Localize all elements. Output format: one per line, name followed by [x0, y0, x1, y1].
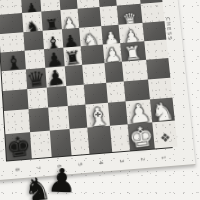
square-e6[interactable]: ♟ — [45, 67, 66, 88]
square-c2[interactable]: ♟ — [118, 23, 144, 44]
square-b5[interactable]: ♟ — [60, 9, 79, 29]
piece-wk: ♚ — [127, 124, 155, 153]
square-b7[interactable]: ♞ — [22, 12, 42, 32]
square-d2[interactable]: ♜ — [120, 41, 146, 62]
chessboard-photo: ♟♞♜♟♛♝♟♞♟♟♝♟♜♟♜♛♟♝♟♞♚♚❖ 87654321 abcdefg… — [0, 0, 200, 200]
square-d3[interactable]: ♟ — [103, 43, 122, 63]
rank-label: 1 — [159, 147, 167, 168]
square-f3[interactable] — [106, 82, 125, 103]
square-h2[interactable]: ♚ — [127, 123, 154, 151]
chess-mat: ♟♞♜♟♛♝♟♞♟♟♝♟♜♟♜♛♟♝♟♞♚♚❖ 87654321 abcdefg… — [0, 0, 195, 181]
square-h1[interactable]: ❖ — [152, 121, 178, 149]
square-e3[interactable] — [104, 62, 123, 83]
square-e2[interactable] — [122, 60, 148, 82]
square-g3[interactable] — [108, 101, 128, 126]
square-h8[interactable]: ♚ — [5, 133, 32, 161]
square-e5[interactable] — [64, 65, 83, 86]
square-h7[interactable] — [30, 131, 51, 158]
square-b1[interactable] — [141, 2, 165, 22]
captured-black-pawn[interactable]: ♟ — [46, 163, 77, 197]
piece-bk: ♚ — [5, 134, 33, 163]
square-g7[interactable] — [29, 107, 50, 132]
square-b2[interactable]: ♛ — [117, 4, 143, 24]
rank-label: 4 — [97, 152, 105, 173]
square-b6[interactable]: ♜ — [41, 10, 61, 30]
chess-board: ♟♞♜♟♛♝♟♞♟♟♝♟♜♟♜♛♟♝♟♞♚♚❖ — [0, 0, 173, 162]
square-f7[interactable] — [27, 88, 48, 109]
square-b4[interactable] — [77, 7, 101, 27]
square-c5[interactable]: ♟ — [61, 28, 80, 48]
square-g6[interactable] — [48, 106, 69, 131]
square-h4[interactable] — [87, 126, 112, 154]
square-d4[interactable] — [80, 45, 104, 66]
square-e7[interactable]: ♛ — [26, 68, 47, 89]
square-e8[interactable] — [2, 70, 28, 92]
square-c4[interactable]: ♞ — [79, 26, 103, 47]
rank-label: 3 — [118, 150, 126, 171]
square-d8[interactable]: ♝ — [0, 51, 26, 72]
square-d1[interactable] — [144, 40, 168, 61]
square-f8[interactable] — [3, 89, 29, 110]
square-e1[interactable] — [146, 58, 171, 79]
square-h5[interactable] — [69, 128, 89, 155]
square-b3[interactable] — [99, 6, 118, 26]
square-c7[interactable] — [23, 30, 43, 50]
square-g1[interactable]: ♞ — [150, 97, 175, 122]
brand-logo-stamp: ❖ — [159, 132, 171, 145]
square-f5[interactable] — [66, 85, 85, 106]
square-g4[interactable]: ♝ — [85, 102, 110, 128]
square-h6[interactable] — [50, 129, 71, 156]
square-e4[interactable] — [82, 64, 106, 85]
square-f6[interactable] — [47, 86, 68, 107]
square-c1[interactable] — [142, 21, 166, 41]
square-g5[interactable] — [67, 104, 87, 129]
square-d5[interactable]: ♜ — [63, 46, 82, 66]
square-c3[interactable]: ♟ — [101, 25, 120, 45]
square-c6[interactable]: ♝ — [42, 29, 62, 49]
square-b8[interactable] — [0, 13, 23, 34]
